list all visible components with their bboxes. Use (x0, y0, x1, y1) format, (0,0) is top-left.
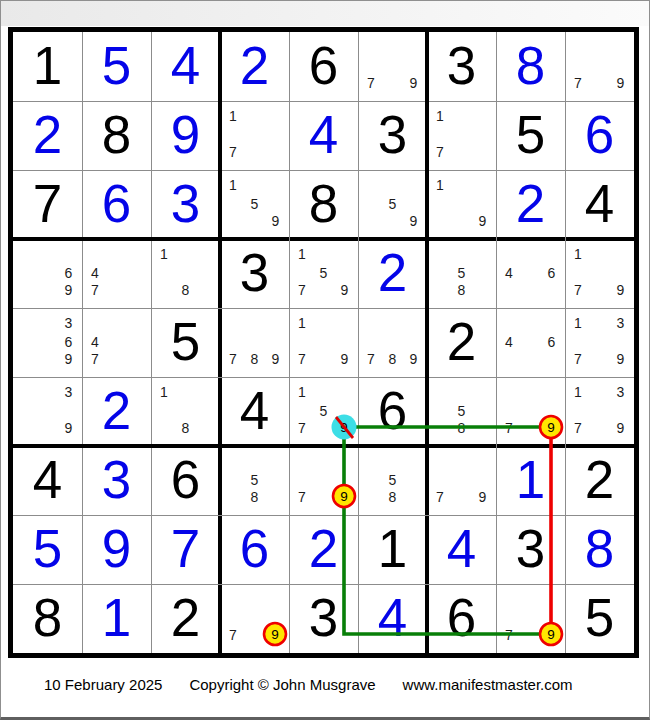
candidate-5: 5 (389, 197, 397, 211)
candidate-7: 7 (367, 352, 375, 366)
candidate-1: 1 (160, 385, 168, 399)
solved-digit: 2 (309, 521, 338, 574)
cell-r2c4: 17 (220, 101, 289, 170)
cell-r6c7: 58 (427, 377, 496, 446)
candidate-7: 7 (298, 352, 306, 366)
cell-r6c1: 39 (13, 377, 82, 446)
cell-r3c4: 159 (220, 170, 289, 239)
cell-r4c7: 58 (427, 239, 496, 308)
candidate-9: 9 (65, 283, 73, 297)
candidate-1: 1 (574, 385, 582, 399)
candidate-9: 9 (341, 490, 349, 504)
given-digit: 7 (33, 176, 62, 229)
candidate-7: 7 (298, 283, 306, 297)
candidate-7: 7 (505, 421, 513, 435)
given-digit: 6 (378, 383, 407, 436)
candidate-6: 6 (548, 266, 556, 280)
candidate-9: 9 (617, 352, 625, 366)
candidate-3: 3 (617, 316, 625, 330)
given-digit: 6 (447, 590, 476, 643)
given-digit: 6 (171, 452, 200, 505)
cell-r2c8: 5 (496, 101, 565, 170)
cell-r5c7: 2 (427, 308, 496, 377)
candidate-7: 7 (574, 352, 582, 366)
cell-r2c2: 8 (82, 101, 151, 170)
candidate-1: 1 (298, 316, 306, 330)
candidate-9: 9 (617, 283, 625, 297)
cell-r2c9: 6 (565, 101, 634, 170)
cell-r1c2: 5 (82, 32, 151, 101)
given-digit: 1 (378, 521, 407, 574)
solved-digit: 8 (585, 521, 614, 574)
cell-r4c9: 179 (565, 239, 634, 308)
cell-r1c7: 3 (427, 32, 496, 101)
candidate-4: 4 (505, 266, 513, 280)
footer-website: www.manifestmaster.com (403, 676, 573, 693)
given-digit: 2 (585, 452, 614, 505)
candidate-8: 8 (251, 490, 259, 504)
cell-r3c6: 59 (358, 170, 427, 239)
candidate-5: 5 (458, 266, 466, 280)
solved-digit: 5 (33, 521, 62, 574)
candidate-7: 7 (436, 145, 444, 159)
solved-digit: 1 (102, 590, 131, 643)
cell-r2c5: 4 (289, 101, 358, 170)
candidate-9: 9 (548, 628, 556, 642)
cell-r7c5: 79 (289, 446, 358, 515)
cell-r9c9: 5 (565, 584, 634, 653)
solved-digit: 8 (516, 38, 545, 91)
solved-digit: 4 (171, 38, 200, 91)
solved-digit: 4 (378, 590, 407, 643)
solved-digit: 5 (102, 38, 131, 91)
cell-r6c5: 1579 (289, 377, 358, 446)
candidate-3: 3 (65, 385, 73, 399)
candidate-3: 3 (617, 385, 625, 399)
candidate-9: 9 (272, 214, 280, 228)
candidate-6: 6 (65, 266, 73, 280)
solved-digit: 6 (102, 176, 131, 229)
cell-r1c1: 1 (13, 32, 82, 101)
cell-r6c9: 1379 (565, 377, 634, 446)
footer-date: 10 February 2025 (44, 676, 162, 693)
top-band (1, 1, 649, 26)
solved-digit: 3 (171, 176, 200, 229)
cell-r5c5: 179 (289, 308, 358, 377)
cell-r9c2: 1 (82, 584, 151, 653)
given-digit: 8 (102, 107, 131, 160)
footer-copyright: Copyright © John Musgrave (189, 676, 375, 693)
given-digit: 1 (33, 38, 62, 91)
cell-r3c7: 19 (427, 170, 496, 239)
candidate-1: 1 (160, 247, 168, 261)
candidate-9: 9 (341, 283, 349, 297)
candidate-1: 1 (229, 178, 237, 192)
candidate-7: 7 (574, 76, 582, 90)
cell-r9c7: 6 (427, 584, 496, 653)
cell-r2c7: 17 (427, 101, 496, 170)
cell-r9c1: 8 (13, 584, 82, 653)
candidate-8: 8 (458, 421, 466, 435)
candidate-5: 5 (251, 473, 259, 487)
given-digit: 4 (585, 176, 614, 229)
candidate-9: 9 (410, 352, 418, 366)
candidate-7: 7 (367, 76, 375, 90)
given-digit: 8 (33, 590, 62, 643)
candidate-9: 9 (341, 352, 349, 366)
given-digit: 3 (447, 38, 476, 91)
solved-digit: 2 (516, 176, 545, 229)
candidate-4: 4 (505, 335, 513, 349)
candidate-9: 9 (272, 628, 280, 642)
cell-r8c2: 9 (82, 515, 151, 584)
cell-r6c8: 79 (496, 377, 565, 446)
cell-r3c2: 6 (82, 170, 151, 239)
solved-digit: 6 (240, 521, 269, 574)
candidate-7: 7 (91, 283, 99, 297)
cell-r5c1: 369 (13, 308, 82, 377)
sudoku-board: 1542679387928917431756763159859192469471… (8, 27, 639, 658)
cell-r7c6: 58 (358, 446, 427, 515)
cell-r8c7: 4 (427, 515, 496, 584)
candidate-1: 1 (229, 109, 237, 123)
solved-digit: 3 (102, 452, 131, 505)
cell-r9c6: 4 (358, 584, 427, 653)
given-digit: 3 (240, 245, 269, 298)
candidate-8: 8 (458, 283, 466, 297)
solved-digit: 2 (102, 383, 131, 436)
candidate-9: 9 (341, 421, 349, 435)
solved-digit: 4 (309, 107, 338, 160)
candidate-1: 1 (574, 316, 582, 330)
cell-r3c1: 7 (13, 170, 82, 239)
candidate-8: 8 (182, 421, 190, 435)
given-digit: 4 (33, 452, 62, 505)
candidate-1: 1 (436, 178, 444, 192)
cell-r5c2: 47 (82, 308, 151, 377)
given-digit: 5 (516, 107, 545, 160)
cell-r6c4: 4 (220, 377, 289, 446)
solved-digit: 2 (240, 38, 269, 91)
candidate-9: 9 (272, 352, 280, 366)
cell-r3c5: 8 (289, 170, 358, 239)
cell-r6c6: 6 (358, 377, 427, 446)
candidate-8: 8 (182, 283, 190, 297)
cell-r4c3: 18 (151, 239, 220, 308)
cell-r2c6: 3 (358, 101, 427, 170)
given-digit: 2 (171, 590, 200, 643)
candidate-9: 9 (65, 352, 73, 366)
cell-r9c8: 79 (496, 584, 565, 653)
candidate-9: 9 (410, 76, 418, 90)
cell-r4c5: 1579 (289, 239, 358, 308)
cell-r3c3: 3 (151, 170, 220, 239)
sudoku-diagram-page: { "game": "sudoku", "position": "15426.3… (0, 0, 650, 720)
solved-digit: 2 (378, 245, 407, 298)
cell-r7c4: 58 (220, 446, 289, 515)
solved-digit: 7 (171, 521, 200, 574)
cell-r8c9: 8 (565, 515, 634, 584)
candidate-1: 1 (298, 247, 306, 261)
candidate-9: 9 (617, 76, 625, 90)
given-digit: 3 (378, 107, 407, 160)
cell-r7c9: 2 (565, 446, 634, 515)
footer: 10 February 2025 Copyright © John Musgra… (44, 676, 573, 693)
given-digit: 4 (240, 383, 269, 436)
cell-r1c9: 79 (565, 32, 634, 101)
cell-r1c6: 79 (358, 32, 427, 101)
cell-r1c8: 8 (496, 32, 565, 101)
cell-r9c4: 79 (220, 584, 289, 653)
given-digit: 3 (516, 521, 545, 574)
given-digit: 2 (447, 314, 476, 367)
candidate-4: 4 (91, 335, 99, 349)
candidate-6: 6 (548, 335, 556, 349)
candidate-4: 4 (91, 266, 99, 280)
candidate-8: 8 (389, 352, 397, 366)
given-digit: 3 (309, 590, 338, 643)
candidate-5: 5 (389, 473, 397, 487)
cell-r5c8: 46 (496, 308, 565, 377)
candidate-1: 1 (298, 385, 306, 399)
candidate-8: 8 (251, 352, 259, 366)
cell-r8c4: 6 (220, 515, 289, 584)
candidate-5: 5 (251, 197, 259, 211)
solved-digit: 1 (516, 452, 545, 505)
cell-r7c8: 1 (496, 446, 565, 515)
cell-r2c1: 2 (13, 101, 82, 170)
cell-r8c8: 3 (496, 515, 565, 584)
cell-r8c5: 2 (289, 515, 358, 584)
cell-r8c6: 1 (358, 515, 427, 584)
cell-r9c3: 2 (151, 584, 220, 653)
candidate-8: 8 (389, 490, 397, 504)
candidate-7: 7 (574, 421, 582, 435)
cell-r5c9: 1379 (565, 308, 634, 377)
candidate-9: 9 (479, 214, 487, 228)
cell-r5c4: 789 (220, 308, 289, 377)
candidate-1: 1 (436, 109, 444, 123)
candidate-7: 7 (229, 145, 237, 159)
cell-r7c1: 4 (13, 446, 82, 515)
candidate-5: 5 (320, 266, 328, 280)
cell-r3c9: 4 (565, 170, 634, 239)
candidate-5: 5 (458, 404, 466, 418)
solved-digit: 9 (171, 107, 200, 160)
cell-r7c2: 3 (82, 446, 151, 515)
candidate-9: 9 (617, 421, 625, 435)
cell-r2c3: 9 (151, 101, 220, 170)
cell-r7c7: 79 (427, 446, 496, 515)
cell-r4c4: 3 (220, 239, 289, 308)
candidate-7: 7 (298, 490, 306, 504)
solved-digit: 4 (447, 521, 476, 574)
candidate-9: 9 (548, 421, 556, 435)
candidate-9: 9 (479, 490, 487, 504)
cell-r1c4: 2 (220, 32, 289, 101)
cell-r4c1: 69 (13, 239, 82, 308)
cell-r4c2: 47 (82, 239, 151, 308)
solved-digit: 9 (102, 521, 131, 574)
cell-r1c5: 6 (289, 32, 358, 101)
candidate-9: 9 (410, 214, 418, 228)
cell-r1c3: 4 (151, 32, 220, 101)
candidate-9: 9 (65, 421, 73, 435)
candidate-7: 7 (91, 352, 99, 366)
candidate-6: 6 (65, 335, 73, 349)
candidate-7: 7 (298, 421, 306, 435)
candidate-7: 7 (505, 628, 513, 642)
candidate-5: 5 (320, 404, 328, 418)
candidate-7: 7 (229, 352, 237, 366)
cell-r6c3: 18 (151, 377, 220, 446)
solved-digit: 2 (33, 107, 62, 160)
cell-r4c6: 2 (358, 239, 427, 308)
candidate-7: 7 (229, 628, 237, 642)
cell-r8c1: 5 (13, 515, 82, 584)
cell-r5c3: 5 (151, 308, 220, 377)
candidate-7: 7 (574, 283, 582, 297)
candidate-3: 3 (65, 316, 73, 330)
cell-r4c8: 46 (496, 239, 565, 308)
cell-r9c5: 3 (289, 584, 358, 653)
solved-digit: 6 (585, 107, 614, 160)
given-digit: 6 (309, 38, 338, 91)
candidate-7: 7 (436, 490, 444, 504)
cell-r8c3: 7 (151, 515, 220, 584)
candidate-1: 1 (574, 247, 582, 261)
given-digit: 5 (171, 314, 200, 367)
given-digit: 5 (585, 590, 614, 643)
cell-r3c8: 2 (496, 170, 565, 239)
given-digit: 8 (309, 176, 338, 229)
cell-r5c6: 789 (358, 308, 427, 377)
cell-r6c2: 2 (82, 377, 151, 446)
cell-r7c3: 6 (151, 446, 220, 515)
